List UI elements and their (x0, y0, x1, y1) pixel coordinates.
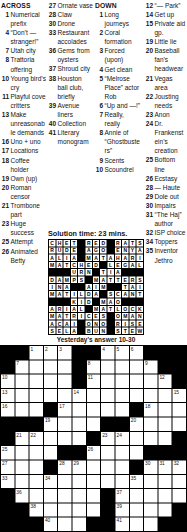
grid-cell[interactable] (158, 489, 171, 502)
grid-cell[interactable] (130, 446, 143, 459)
grid-cell[interactable] (87, 475, 100, 488)
grid-cell[interactable]: 32 (173, 460, 186, 473)
clue-text: Uno + uno (11, 138, 41, 146)
grid-cell[interactable] (173, 475, 186, 488)
grid-cell-black (30, 518, 43, 531)
answer-cell-black (122, 298, 128, 304)
grid-cell-black (73, 360, 86, 373)
grid-cell[interactable]: 15 (173, 389, 186, 402)
cell-number: 15 (174, 389, 179, 395)
grid-cell-black (87, 432, 100, 445)
grid-cell[interactable] (144, 518, 157, 531)
answer-cell: O (122, 306, 128, 312)
grid-cell[interactable]: 41 (115, 518, 128, 531)
grid-cell[interactable] (101, 446, 114, 459)
clue-number: 6 (95, 101, 103, 110)
clue-number: 25 (1, 238, 9, 247)
answer-cell: D (64, 247, 70, 253)
answer-cell: R (78, 269, 84, 275)
grid-cell[interactable] (173, 418, 186, 431)
clue-across-38: 38Houston ball club, briefly (48, 74, 93, 101)
grid-cell[interactable]: 34 (44, 475, 57, 488)
grid-cell[interactable]: 22 (30, 432, 43, 445)
answer-cell: A (71, 255, 77, 261)
clue-number: 28 (145, 183, 153, 192)
grid-cell[interactable] (44, 389, 57, 402)
grid-cell[interactable] (130, 432, 143, 445)
clue-across-36: 36Gems from oysters (48, 47, 93, 65)
clue-across-17: 17Locations (1, 147, 46, 156)
crossword-page: ACROSS1Numerical prefix4“Don’t — strange… (0, 0, 187, 532)
grid-cell[interactable] (144, 475, 157, 488)
grid-cell[interactable]: 7 (15, 360, 28, 373)
grid-cell[interactable]: 25 (1, 446, 14, 459)
grid-cell-black (130, 403, 143, 416)
grid-cell[interactable]: 37 (115, 489, 128, 502)
grid-cell[interactable] (58, 503, 71, 516)
grid-cell[interactable] (87, 489, 100, 502)
grid-cell[interactable] (115, 403, 128, 416)
cell-number: 4 (102, 346, 105, 352)
clue-across-26: 26Animated Betty (1, 247, 46, 265)
cell-number: 2 (45, 346, 48, 352)
grid-cell[interactable]: 31 (158, 460, 171, 473)
cell-number: 1 (31, 346, 34, 352)
cell-number: 25 (2, 446, 7, 452)
clue-number: 24 (145, 119, 153, 128)
grid-cell[interactable] (144, 389, 157, 402)
grid-cell[interactable] (73, 475, 86, 488)
answer-cell-black (86, 306, 92, 312)
clue-text: — Haute (155, 184, 181, 192)
grid-cell[interactable] (101, 389, 114, 402)
grid-cell[interactable] (130, 489, 143, 502)
clue-number: 15 (145, 19, 153, 28)
grid-cell[interactable] (101, 475, 114, 488)
answer-cell: L (78, 306, 84, 312)
clue-down-10: 10Scoundrel (95, 165, 140, 174)
grid-cell[interactable]: 11 (87, 375, 100, 388)
grid-cell[interactable] (144, 432, 157, 445)
grid-cell-black (1, 432, 14, 445)
grid-cell[interactable] (115, 389, 128, 402)
grid-cell[interactable]: 6 (130, 346, 143, 359)
grid-cell[interactable] (73, 432, 86, 445)
answer-cell: N (93, 320, 99, 326)
grid-cell[interactable] (30, 360, 43, 373)
across-header: ACROSS (1, 1, 46, 10)
answer-cell: T (64, 291, 70, 297)
grid-cell[interactable] (87, 389, 100, 402)
clue-number: 30 (145, 201, 153, 210)
clue-down-25: 25Bottom line (145, 156, 187, 174)
grid-cell[interactable] (30, 389, 43, 402)
clue-text: Little lie (155, 38, 177, 46)
clue-number: 30 (48, 19, 56, 28)
clue-across-28: 28Claw (48, 10, 93, 19)
grid-cell[interactable]: 29 (73, 460, 86, 473)
clue-number: 39 (48, 101, 56, 110)
grid-cell[interactable]: 19 (44, 418, 57, 431)
grid-cell[interactable] (130, 503, 143, 516)
grid-cell-black (87, 518, 100, 531)
grid-cell-black (144, 446, 157, 459)
clue-text: “Melrose Place” actor Rob (105, 74, 140, 100)
grid-cell[interactable] (30, 446, 43, 459)
cell-number: 32 (174, 460, 179, 466)
grid-cell-black (1, 489, 14, 502)
clue-column-down-2: 12“— Park”14Get up15Private aid gp.19Lit… (145, 1, 187, 265)
clue-down-24: 24Dr. Frankenstein’s creation (145, 119, 187, 155)
cell-number: 19 (45, 418, 50, 424)
answer-cell-black (137, 298, 143, 304)
clue-text: Trombone part (11, 202, 40, 219)
answer-cell-black (137, 269, 143, 275)
answer-cell-black (56, 298, 62, 304)
grid-cell[interactable] (115, 360, 128, 373)
answer-cell: D (93, 262, 99, 268)
cell-number: 41 (116, 518, 121, 524)
grid-cell[interactable] (158, 432, 171, 445)
answer-cell: D (86, 291, 92, 297)
answer-cell: A (56, 313, 62, 319)
grid-cell-black (73, 446, 86, 459)
grid-cell[interactable]: 12 (158, 375, 171, 388)
grid-cell[interactable]: 3 (58, 346, 71, 359)
clue-down-30: 30Impairs (145, 201, 187, 210)
grid-cell[interactable]: 39 (115, 503, 128, 516)
grid-cell[interactable] (73, 503, 86, 516)
clue-across-11: 11Playful cove critters (1, 92, 46, 110)
cell-number: 34 (45, 475, 50, 481)
grid-cell-black (130, 460, 143, 473)
answer-cell: E (64, 240, 70, 246)
answer-cell: M (93, 306, 99, 312)
answer-cell: U (93, 328, 99, 334)
answer-cell-black (78, 247, 84, 253)
grid-cell[interactable] (58, 475, 71, 488)
clue-number: 22 (145, 92, 153, 101)
answer-cell: T (107, 306, 113, 312)
answer-cell: A (86, 284, 92, 290)
grid-cell[interactable] (130, 375, 143, 388)
clue-across-18: 18Coffee holder (1, 156, 46, 174)
answer-cell: W (137, 328, 143, 334)
cell-number: 39 (116, 503, 121, 509)
answer-cell: N (137, 313, 143, 319)
clue-text: Restaurant accolades (58, 29, 90, 46)
grid-cell[interactable] (144, 375, 157, 388)
clue-number: 14 (145, 10, 153, 19)
answer-cell-black (64, 298, 70, 304)
answer-cell: R (56, 306, 62, 312)
grid-cell[interactable] (58, 518, 71, 531)
grid-cell[interactable]: 33 (1, 475, 14, 488)
grid-cell[interactable]: 1 (30, 346, 43, 359)
grid-cell[interactable] (101, 403, 114, 416)
grid-cell-black (30, 418, 43, 431)
grid-cell[interactable] (44, 375, 57, 388)
grid-cell[interactable] (15, 475, 28, 488)
grid-cell[interactable]: 5 (115, 346, 128, 359)
grid-cell[interactable] (58, 418, 71, 431)
grid-cell[interactable]: 21 (15, 432, 28, 445)
clue-down-23: 23Anon (145, 110, 187, 119)
answer-cell: E (115, 262, 121, 268)
clue-number: 8 (95, 129, 103, 138)
answer-cell-black (122, 269, 128, 275)
answer-cell: T (137, 291, 143, 297)
answer-cell: S (129, 320, 135, 326)
grid-cell-black (173, 503, 186, 516)
yesterday-answer-caption: Yesterday's answer 10-30 (48, 336, 144, 344)
grid-cell[interactable] (15, 460, 28, 473)
clue-text: Locations (11, 147, 39, 155)
grid-cell[interactable] (73, 518, 86, 531)
grid-cell[interactable] (115, 446, 128, 459)
answer-cell-black (100, 291, 106, 297)
clue-down-3: 3Forced (upon) (95, 47, 140, 65)
clue-text: Shroud city (58, 65, 91, 73)
clue-across-21: 21Trombone part (1, 201, 46, 219)
grid-cell[interactable]: 17 (58, 403, 71, 416)
answer-cell: E (93, 240, 99, 246)
answer-cell: A (107, 255, 113, 261)
clue-across-10: 10Young bird’s cry (1, 74, 46, 92)
grid-cell[interactable] (158, 403, 171, 416)
grid-cell[interactable] (58, 432, 71, 445)
grid-cell[interactable] (158, 475, 171, 488)
clue-text: Anon (155, 111, 170, 119)
grid-cell[interactable]: 28 (58, 460, 71, 473)
grid-cell[interactable]: 9 (144, 360, 157, 373)
cell-number: 27 (2, 460, 7, 466)
grid-cell[interactable] (144, 503, 157, 516)
grid-cell[interactable]: 30 (144, 460, 157, 473)
grid-cell[interactable]: 16 (1, 403, 14, 416)
clue-number: 11 (1, 92, 9, 101)
grid-cell[interactable] (58, 389, 71, 402)
answer-cell: I (71, 291, 77, 297)
clue-number: 17 (1, 147, 9, 156)
grid-cell[interactable] (58, 375, 71, 388)
grid-cell[interactable] (30, 460, 43, 473)
grid-cell[interactable] (158, 503, 171, 516)
clue-across-37: 37Shroud city (48, 65, 93, 74)
clue-number: 5 (95, 74, 103, 83)
grid-cell[interactable] (101, 360, 114, 373)
answer-cell-black (49, 269, 55, 275)
clue-text: Trattoria offering (11, 56, 35, 73)
grid-cell[interactable] (44, 446, 57, 459)
grid-cell[interactable] (73, 489, 86, 502)
grid-cell[interactable] (44, 503, 57, 516)
answer-cell: G (93, 247, 99, 253)
grid-cell[interactable] (30, 489, 43, 502)
cell-number: 8 (88, 360, 91, 366)
cell-number: 3 (59, 346, 62, 352)
clue-across-27: 27Ornate vase (48, 1, 93, 10)
answer-cell: T (115, 277, 121, 283)
answer-cell: R (129, 255, 135, 261)
grid-cell-black (173, 432, 186, 445)
clue-down-12: 12“— Park” (145, 1, 187, 10)
grid-cell[interactable]: 27 (1, 460, 14, 473)
grid-cell[interactable] (15, 403, 28, 416)
clue-text: Attempt (11, 238, 33, 246)
clue-text: Literary monogram (58, 129, 89, 146)
grid-cell[interactable]: 13 (1, 389, 14, 402)
clue-number: 19 (145, 37, 153, 46)
cell-number: 20 (131, 418, 136, 424)
answer-cell: I (64, 306, 70, 312)
clue-down-26: 26Ecstasy (145, 174, 187, 183)
answer-cell: I (93, 284, 99, 290)
grid-cell[interactable]: 14 (73, 389, 86, 402)
clue-number: 4 (95, 65, 103, 74)
grid-cell[interactable] (115, 460, 128, 473)
cell-number: 40 (45, 518, 50, 524)
grid-cell[interactable] (15, 446, 28, 459)
grid-cell[interactable] (130, 360, 143, 373)
grid-cell[interactable]: 35 (130, 475, 143, 488)
grid-cell[interactable]: 18 (144, 403, 157, 416)
grid-cell[interactable] (30, 375, 43, 388)
clue-down-35: 35Inventor Jethro (145, 247, 187, 265)
answer-cell-black (107, 320, 113, 326)
clue-text: Claw (58, 11, 72, 19)
clue-number: 16 (1, 138, 9, 147)
clue-text: Avenue liners (58, 102, 80, 119)
grid-cell[interactable] (115, 475, 128, 488)
grid-cell[interactable] (30, 475, 43, 488)
grid-cell[interactable] (101, 375, 114, 388)
clue-number: 29 (145, 192, 153, 201)
grid-cell[interactable]: 10 (1, 375, 14, 388)
grid-cell[interactable] (144, 489, 157, 502)
grid-cell[interactable] (73, 403, 86, 416)
grid-cell[interactable]: 40 (44, 518, 57, 531)
answer-cell: A (122, 255, 128, 261)
answer-cell: S (115, 328, 121, 334)
answer-cell: N (129, 291, 135, 297)
grid-cell[interactable] (144, 418, 157, 431)
grid-cell[interactable]: 38 (30, 503, 43, 516)
clue-down-31: 31“The Haj” author (145, 210, 187, 228)
grid-cell[interactable] (87, 403, 100, 416)
clue-number: 1 (95, 10, 103, 19)
answer-cell: K (137, 306, 143, 312)
answer-cell: O (100, 247, 106, 253)
grid-cell[interactable] (130, 518, 143, 531)
grid-cell[interactable] (158, 389, 171, 402)
answer-cell: D (86, 298, 92, 304)
clue-down-32: 32ISP choice (145, 229, 187, 238)
answer-cell: C (71, 262, 77, 268)
grid-cell[interactable] (15, 389, 28, 402)
cell-number: 18 (145, 403, 150, 409)
clue-text: “Up and —!” (105, 102, 140, 110)
answer-cell: I (107, 269, 113, 275)
grid-cell[interactable] (87, 503, 100, 516)
grid-cell[interactable]: 8 (87, 360, 100, 373)
answer-cell: I (137, 284, 143, 290)
clue-number: 26 (145, 174, 153, 183)
grid-cell[interactable] (87, 418, 100, 431)
answer-cell: A (137, 247, 143, 253)
clue-text: Own (up) (11, 175, 38, 183)
clue-number: 10 (95, 165, 103, 174)
clue-down-9: 9Scents (95, 156, 140, 165)
grid-cell[interactable] (58, 489, 71, 502)
grid-cell[interactable]: 20 (130, 418, 143, 431)
grid-cell-black (173, 518, 186, 531)
answer-cell: O (115, 313, 121, 319)
answer-cell: L (107, 262, 113, 268)
clue-down-2: 2Coral formation (95, 28, 140, 46)
grid-cell[interactable]: 26 (87, 446, 100, 459)
grid-cell[interactable] (15, 375, 28, 388)
clue-number: 25 (145, 156, 153, 165)
answer-cell-black (107, 284, 113, 290)
grid-cell[interactable] (101, 460, 114, 473)
grid-cell[interactable] (58, 360, 71, 373)
grid-cell[interactable]: 36 (15, 489, 28, 502)
grid-cell[interactable] (158, 418, 171, 431)
grid-cell-black (173, 360, 186, 373)
cell-number: 26 (88, 446, 93, 452)
clue-down-19: 19Little lie (145, 37, 187, 46)
grid-cell[interactable] (44, 432, 57, 445)
grid-cell[interactable] (130, 389, 143, 402)
answer-cell-black (107, 240, 113, 246)
answer-cell: A (49, 306, 55, 312)
clue-number: 4 (1, 28, 9, 37)
clue-number: 10 (1, 74, 9, 83)
clue-text: Make unreasonable demands (11, 111, 45, 137)
clue-text: Toppers (155, 238, 178, 246)
cell-number: 14 (74, 389, 79, 395)
clue-text: Utah city (11, 47, 36, 55)
grid-cell[interactable] (115, 375, 128, 388)
answer-cell: H (78, 262, 84, 268)
grid-cell[interactable]: 4 (101, 346, 114, 359)
clue-number: 21 (145, 74, 153, 83)
grid-cell[interactable] (173, 489, 186, 502)
grid-cell[interactable]: 23 (101, 432, 114, 445)
answer-cell: T (129, 240, 135, 246)
grid-cell[interactable] (44, 360, 57, 373)
grid-cell-black (173, 346, 186, 359)
grid-cell-black (15, 518, 28, 531)
grid-cell-black (173, 375, 186, 388)
grid-cell[interactable] (30, 403, 43, 416)
clue-number: 35 (145, 247, 153, 256)
grid-cell[interactable] (173, 403, 186, 416)
answer-cell: U (56, 247, 62, 253)
clue-down-4: 4Get clean (95, 65, 140, 74)
clue-text: Forced (upon) (105, 47, 125, 64)
grid-cell-black (115, 418, 128, 431)
grid-cell[interactable]: 2 (44, 346, 57, 359)
grid-cell[interactable]: 24 (115, 432, 128, 445)
answer-cell: O (86, 320, 92, 326)
grid-cell-black (158, 360, 171, 373)
grid-cell[interactable] (73, 418, 86, 431)
answer-cell: N (86, 269, 92, 275)
grid-cell[interactable] (44, 489, 57, 502)
grid-cell[interactable] (87, 460, 100, 473)
